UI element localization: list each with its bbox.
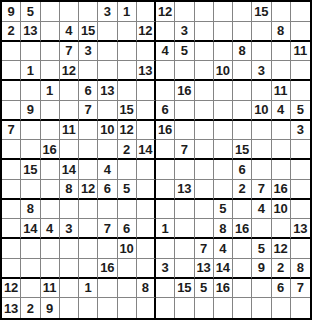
empty-cell-r10c1[interactable] [2,180,21,200]
empty-cell-r9c8[interactable] [137,160,156,180]
given-cell-r3c4[interactable]: 7 [60,42,79,62]
empty-cell-r6c8[interactable] [137,101,156,121]
empty-cell-r5c11[interactable] [195,81,214,101]
given-cell-r2c10[interactable]: 3 [175,22,194,42]
empty-cell-r1c15[interactable] [272,2,291,22]
empty-cell-r5c7[interactable] [118,81,137,101]
given-cell-r12c2[interactable]: 14 [21,219,40,239]
empty-cell-r14c5[interactable] [79,259,98,279]
given-cell-r3c10[interactable]: 5 [175,42,194,62]
empty-cell-r15c2[interactable] [21,279,40,299]
empty-cell-r13c1[interactable] [2,239,21,259]
empty-cell-r7c13[interactable] [233,121,252,141]
given-cell-r16c2[interactable]: 2 [21,298,40,318]
empty-cell-r11c16[interactable] [291,200,310,220]
empty-cell-r7c5[interactable] [79,121,98,141]
given-cell-r7c7[interactable]: 12 [118,121,137,141]
given-cell-r12c12[interactable]: 8 [214,219,233,239]
empty-cell-r12c14[interactable] [252,219,271,239]
given-cell-r11c12[interactable]: 5 [214,200,233,220]
empty-cell-r3c11[interactable] [195,42,214,62]
given-cell-r7c16[interactable]: 3 [291,121,310,141]
given-cell-r11c14[interactable]: 4 [252,200,271,220]
empty-cell-r11c1[interactable] [2,200,21,220]
given-cell-r10c13[interactable]: 2 [233,180,252,200]
empty-cell-r4c3[interactable] [41,61,60,81]
given-cell-r6c15[interactable]: 4 [272,101,291,121]
empty-cell-r9c5[interactable] [79,160,98,180]
empty-cell-r1c12[interactable] [214,2,233,22]
given-cell-r3c16[interactable]: 11 [291,42,310,62]
empty-cell-r8c6[interactable] [98,140,117,160]
empty-cell-r3c6[interactable] [98,42,117,62]
given-cell-r3c9[interactable]: 4 [156,42,175,62]
given-cell-r13c11[interactable]: 7 [195,239,214,259]
empty-cell-r2c11[interactable] [195,22,214,42]
empty-cell-r11c13[interactable] [233,200,252,220]
empty-cell-r9c1[interactable] [2,160,21,180]
given-cell-r14c16[interactable]: 8 [291,259,310,279]
empty-cell-r11c3[interactable] [41,200,60,220]
empty-cell-r10c12[interactable] [214,180,233,200]
empty-cell-r9c7[interactable] [118,160,137,180]
empty-cell-r16c7[interactable] [118,298,137,318]
empty-cell-r13c5[interactable] [79,239,98,259]
empty-cell-r9c15[interactable] [272,160,291,180]
empty-cell-r15c13[interactable] [233,279,252,299]
given-cell-r10c15[interactable]: 16 [272,180,291,200]
empty-cell-r1c4[interactable] [60,2,79,22]
given-cell-r5c3[interactable]: 1 [41,81,60,101]
given-cell-r7c6[interactable]: 10 [98,121,117,141]
empty-cell-r6c10[interactable] [175,101,194,121]
given-cell-r3c13[interactable]: 8 [233,42,252,62]
empty-cell-r13c13[interactable] [233,239,252,259]
empty-cell-r6c4[interactable] [60,101,79,121]
given-cell-r9c2[interactable]: 15 [21,160,40,180]
empty-cell-r5c13[interactable] [233,81,252,101]
empty-cell-r7c11[interactable] [195,121,214,141]
given-cell-r1c7[interactable]: 1 [118,2,137,22]
given-cell-r10c10[interactable]: 13 [175,180,194,200]
empty-cell-r6c3[interactable] [41,101,60,121]
empty-cell-r5c14[interactable] [252,81,271,101]
empty-cell-r16c8[interactable] [137,298,156,318]
given-cell-r6c14[interactable]: 10 [252,101,271,121]
empty-cell-r15c4[interactable] [60,279,79,299]
given-cell-r10c14[interactable]: 7 [252,180,271,200]
given-cell-r15c3[interactable]: 11 [41,279,60,299]
empty-cell-r8c9[interactable] [156,140,175,160]
empty-cell-r1c10[interactable] [175,2,194,22]
given-cell-r4c4[interactable]: 12 [60,61,79,81]
empty-cell-r14c10[interactable] [175,259,194,279]
empty-cell-r15c7[interactable] [118,279,137,299]
given-cell-r6c9[interactable]: 6 [156,101,175,121]
empty-cell-r14c4[interactable] [60,259,79,279]
empty-cell-r1c13[interactable] [233,2,252,22]
given-cell-r9c13[interactable]: 6 [233,160,252,180]
empty-cell-r8c14[interactable] [252,140,271,160]
given-cell-r15c11[interactable]: 5 [195,279,214,299]
empty-cell-r12c5[interactable] [79,219,98,239]
given-cell-r5c6[interactable]: 13 [98,81,117,101]
empty-cell-r10c8[interactable] [137,180,156,200]
given-cell-r7c4[interactable]: 11 [60,121,79,141]
empty-cell-r16c13[interactable] [233,298,252,318]
empty-cell-r13c3[interactable] [41,239,60,259]
empty-cell-r1c3[interactable] [41,2,60,22]
empty-cell-r2c6[interactable] [98,22,117,42]
empty-cell-r11c8[interactable] [137,200,156,220]
empty-cell-r11c10[interactable] [175,200,194,220]
given-cell-r14c11[interactable]: 13 [195,259,214,279]
empty-cell-r13c4[interactable] [60,239,79,259]
empty-cell-r11c7[interactable] [118,200,137,220]
empty-cell-r3c15[interactable] [272,42,291,62]
empty-cell-r14c3[interactable] [41,259,60,279]
empty-cell-r5c2[interactable] [21,81,40,101]
empty-cell-r4c11[interactable] [195,61,214,81]
given-cell-r11c2[interactable]: 8 [21,200,40,220]
given-cell-r14c14[interactable]: 9 [252,259,271,279]
given-cell-r13c14[interactable]: 5 [252,239,271,259]
empty-cell-r16c6[interactable] [98,298,117,318]
given-cell-r12c7[interactable]: 6 [118,219,137,239]
empty-cell-r7c12[interactable] [214,121,233,141]
given-cell-r12c3[interactable]: 4 [41,219,60,239]
empty-cell-r8c1[interactable] [2,140,21,160]
given-cell-r15c8[interactable]: 8 [137,279,156,299]
empty-cell-r4c6[interactable] [98,61,117,81]
empty-cell-r2c13[interactable] [233,22,252,42]
given-cell-r12c4[interactable]: 3 [60,219,79,239]
empty-cell-r8c12[interactable] [214,140,233,160]
empty-cell-r12c1[interactable] [2,219,21,239]
empty-cell-r10c11[interactable] [195,180,214,200]
given-cell-r1c9[interactable]: 12 [156,2,175,22]
empty-cell-r14c13[interactable] [233,259,252,279]
empty-cell-r12c11[interactable] [195,219,214,239]
given-cell-r14c15[interactable]: 2 [272,259,291,279]
empty-cell-r13c10[interactable] [175,239,194,259]
empty-cell-r4c9[interactable] [156,61,175,81]
empty-cell-r9c9[interactable] [156,160,175,180]
empty-cell-r4c15[interactable] [272,61,291,81]
empty-cell-r9c12[interactable] [214,160,233,180]
empty-cell-r9c3[interactable] [41,160,60,180]
given-cell-r4c8[interactable]: 13 [137,61,156,81]
given-cell-r16c3[interactable]: 9 [41,298,60,318]
given-cell-r1c14[interactable]: 15 [252,2,271,22]
empty-cell-r1c11[interactable] [195,2,214,22]
given-cell-r10c6[interactable]: 6 [98,180,117,200]
given-cell-r14c9[interactable]: 3 [156,259,175,279]
empty-cell-r9c10[interactable] [175,160,194,180]
empty-cell-r6c1[interactable] [2,101,21,121]
sudoku-board: 9531121521341512387345811112131031613161… [0,0,312,320]
given-cell-r1c1[interactable]: 9 [2,2,21,22]
empty-cell-r2c12[interactable] [214,22,233,42]
empty-cell-r3c14[interactable] [252,42,271,62]
empty-cell-r5c8[interactable] [137,81,156,101]
given-cell-r2c15[interactable]: 8 [272,22,291,42]
empty-cell-r7c15[interactable] [272,121,291,141]
given-cell-r2c5[interactable]: 15 [79,22,98,42]
empty-cell-r12c8[interactable] [137,219,156,239]
empty-cell-r2c14[interactable] [252,22,271,42]
empty-cell-r5c1[interactable] [2,81,21,101]
empty-cell-r7c3[interactable] [41,121,60,141]
empty-cell-r6c11[interactable] [195,101,214,121]
given-cell-r16c1[interactable]: 13 [2,298,21,318]
given-cell-r13c7[interactable]: 10 [118,239,137,259]
empty-cell-r4c7[interactable] [118,61,137,81]
empty-cell-r3c7[interactable] [118,42,137,62]
given-cell-r13c15[interactable]: 12 [272,239,291,259]
empty-cell-r5c9[interactable] [156,81,175,101]
given-cell-r8c10[interactable]: 7 [175,140,194,160]
empty-cell-r2c16[interactable] [291,22,310,42]
empty-cell-r15c14[interactable] [252,279,271,299]
empty-cell-r11c4[interactable] [60,200,79,220]
empty-cell-r16c11[interactable] [195,298,214,318]
empty-cell-r10c2[interactable] [21,180,40,200]
empty-cell-r8c11[interactable] [195,140,214,160]
given-cell-r5c15[interactable]: 11 [272,81,291,101]
empty-cell-r16c9[interactable] [156,298,175,318]
given-cell-r12c16[interactable]: 13 [291,219,310,239]
given-cell-r15c10[interactable]: 15 [175,279,194,299]
given-cell-r5c5[interactable]: 6 [79,81,98,101]
given-cell-r14c12[interactable]: 14 [214,259,233,279]
given-cell-r4c12[interactable]: 10 [214,61,233,81]
given-cell-r8c3[interactable]: 16 [41,140,60,160]
empty-cell-r8c5[interactable] [79,140,98,160]
empty-cell-r13c6[interactable] [98,239,117,259]
given-cell-r5c10[interactable]: 16 [175,81,194,101]
given-cell-r2c1[interactable]: 2 [2,22,21,42]
empty-cell-r16c14[interactable] [252,298,271,318]
empty-cell-r10c9[interactable] [156,180,175,200]
given-cell-r10c5[interactable]: 12 [79,180,98,200]
empty-cell-r13c8[interactable] [137,239,156,259]
empty-cell-r13c16[interactable] [291,239,310,259]
empty-cell-r4c1[interactable] [2,61,21,81]
given-cell-r7c9[interactable]: 16 [156,121,175,141]
empty-cell-r5c4[interactable] [60,81,79,101]
empty-cell-r10c3[interactable] [41,180,60,200]
given-cell-r1c2[interactable]: 5 [21,2,40,22]
empty-cell-r6c6[interactable] [98,101,117,121]
given-cell-r13c12[interactable]: 4 [214,239,233,259]
empty-cell-r14c2[interactable] [21,259,40,279]
empty-cell-r13c9[interactable] [156,239,175,259]
given-cell-r10c4[interactable]: 8 [60,180,79,200]
empty-cell-r12c10[interactable] [175,219,194,239]
given-cell-r6c16[interactable]: 5 [291,101,310,121]
empty-cell-r10c16[interactable] [291,180,310,200]
empty-cell-r1c8[interactable] [137,2,156,22]
empty-cell-r2c9[interactable] [156,22,175,42]
given-cell-r15c1[interactable]: 12 [2,279,21,299]
given-cell-r8c13[interactable]: 15 [233,140,252,160]
given-cell-r8c8[interactable]: 14 [137,140,156,160]
given-cell-r12c9[interactable]: 1 [156,219,175,239]
empty-cell-r16c5[interactable] [79,298,98,318]
empty-cell-r8c4[interactable] [60,140,79,160]
empty-cell-r4c16[interactable] [291,61,310,81]
empty-cell-r8c15[interactable] [272,140,291,160]
empty-cell-r9c14[interactable] [252,160,271,180]
given-cell-r6c2[interactable]: 9 [21,101,40,121]
empty-cell-r12c15[interactable] [272,219,291,239]
empty-cell-r4c13[interactable] [233,61,252,81]
given-cell-r14c6[interactable]: 16 [98,259,117,279]
empty-cell-r16c4[interactable] [60,298,79,318]
empty-cell-r2c7[interactable] [118,22,137,42]
empty-cell-r7c10[interactable] [175,121,194,141]
empty-cell-r5c16[interactable] [291,81,310,101]
empty-cell-r8c16[interactable] [291,140,310,160]
empty-cell-r15c9[interactable] [156,279,175,299]
given-cell-r6c7[interactable]: 15 [118,101,137,121]
empty-cell-r3c2[interactable] [21,42,40,62]
given-cell-r12c6[interactable]: 7 [98,219,117,239]
empty-cell-r6c12[interactable] [214,101,233,121]
empty-cell-r1c16[interactable] [291,2,310,22]
empty-cell-r7c2[interactable] [21,121,40,141]
given-cell-r2c2[interactable]: 13 [21,22,40,42]
empty-cell-r14c1[interactable] [2,259,21,279]
empty-cell-r16c10[interactable] [175,298,194,318]
empty-cell-r9c11[interactable] [195,160,214,180]
given-cell-r15c5[interactable]: 1 [79,279,98,299]
empty-cell-r16c16[interactable] [291,298,310,318]
given-cell-r10c7[interactable]: 5 [118,180,137,200]
given-cell-r1c6[interactable]: 3 [98,2,117,22]
empty-cell-r4c5[interactable] [79,61,98,81]
empty-cell-r3c1[interactable] [2,42,21,62]
given-cell-r15c15[interactable]: 6 [272,279,291,299]
given-cell-r4c14[interactable]: 3 [252,61,271,81]
empty-cell-r5c12[interactable] [214,81,233,101]
empty-cell-r16c15[interactable] [272,298,291,318]
empty-cell-r11c5[interactable] [79,200,98,220]
empty-cell-r14c7[interactable] [118,259,137,279]
empty-cell-r7c8[interactable] [137,121,156,141]
empty-cell-r6c13[interactable] [233,101,252,121]
empty-cell-r9c16[interactable] [291,160,310,180]
empty-cell-r7c14[interactable] [252,121,271,141]
empty-cell-r3c12[interactable] [214,42,233,62]
empty-cell-r14c8[interactable] [137,259,156,279]
empty-cell-r3c3[interactable] [41,42,60,62]
given-cell-r7c1[interactable]: 7 [2,121,21,141]
given-cell-r4c2[interactable]: 1 [21,61,40,81]
given-cell-r15c16[interactable]: 7 [291,279,310,299]
empty-cell-r2c3[interactable] [41,22,60,42]
empty-cell-r8c2[interactable] [21,140,40,160]
empty-cell-r15c6[interactable] [98,279,117,299]
given-cell-r15c12[interactable]: 16 [214,279,233,299]
given-cell-r9c6[interactable]: 4 [98,160,117,180]
given-cell-r11c15[interactable]: 10 [272,200,291,220]
given-cell-r3c5[interactable]: 3 [79,42,98,62]
given-cell-r2c4[interactable]: 4 [60,22,79,42]
empty-cell-r4c10[interactable] [175,61,194,81]
given-cell-r2c8[interactable]: 12 [137,22,156,42]
given-cell-r12c13[interactable]: 16 [233,219,252,239]
empty-cell-r11c6[interactable] [98,200,117,220]
empty-cell-r13c2[interactable] [21,239,40,259]
empty-cell-r11c9[interactable] [156,200,175,220]
empty-cell-r16c12[interactable] [214,298,233,318]
empty-cell-r1c5[interactable] [79,2,98,22]
given-cell-r9c4[interactable]: 14 [60,160,79,180]
given-cell-r6c5[interactable]: 7 [79,101,98,121]
given-cell-r8c7[interactable]: 2 [118,140,137,160]
empty-cell-r3c8[interactable] [137,42,156,62]
empty-cell-r11c11[interactable] [195,200,214,220]
